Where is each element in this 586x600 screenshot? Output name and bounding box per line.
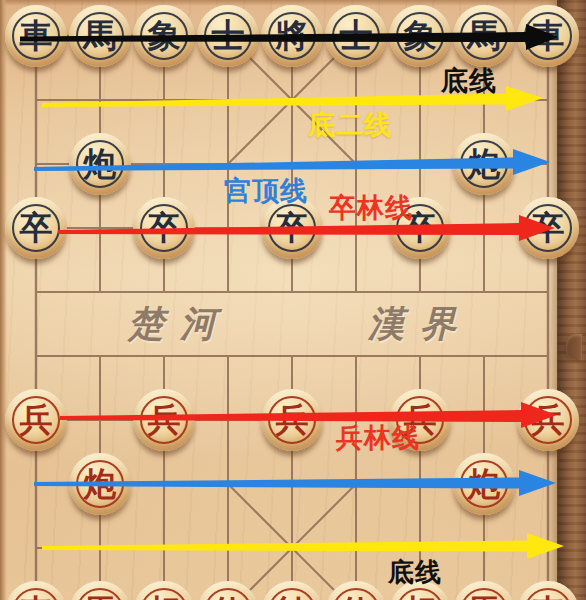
frame-knob-ornament bbox=[566, 334, 582, 360]
piece-black-c2r1[interactable]: 馬 bbox=[69, 5, 131, 67]
piece-glyph: 卒 bbox=[148, 211, 181, 244]
line-label-black-baseline: 底线 bbox=[441, 63, 497, 99]
piece-glyph: 炮 bbox=[84, 147, 117, 180]
piece-black-c5r1[interactable]: 將 bbox=[261, 5, 323, 67]
piece-black-c2r3[interactable]: 炮 bbox=[69, 133, 131, 195]
line-label-second-baseline: 底二线 bbox=[308, 107, 392, 143]
piece-black-c3r1[interactable]: 象 bbox=[133, 5, 195, 67]
piece-glyph: 車 bbox=[20, 595, 53, 600]
piece-red-c8r8[interactable]: 炮 bbox=[453, 453, 515, 515]
piece-black-c4r1[interactable]: 士 bbox=[197, 5, 259, 67]
piece-glyph: 馬 bbox=[468, 19, 501, 52]
piece-glyph: 車 bbox=[532, 595, 565, 600]
piece-glyph: 卒 bbox=[532, 211, 565, 244]
piece-glyph: 將 bbox=[276, 19, 309, 52]
piece-black-c1r4[interactable]: 卒 bbox=[5, 197, 67, 259]
piece-black-c8r3[interactable]: 炮 bbox=[453, 133, 515, 195]
piece-glyph: 卒 bbox=[20, 211, 53, 244]
piece-glyph: 車 bbox=[532, 19, 565, 52]
piece-black-c8r1[interactable]: 馬 bbox=[453, 5, 515, 67]
piece-black-c9r4[interactable]: 卒 bbox=[517, 197, 579, 259]
piece-glyph: 炮 bbox=[468, 467, 501, 500]
piece-glyph: 馬 bbox=[468, 595, 501, 600]
piece-glyph: 炮 bbox=[468, 147, 501, 180]
piece-glyph: 馬 bbox=[84, 19, 117, 52]
piece-glyph: 相 bbox=[404, 595, 437, 600]
piece-red-c3r10[interactable]: 相 bbox=[133, 581, 195, 600]
piece-red-c9r7[interactable]: 兵 bbox=[517, 389, 579, 451]
piece-red-c1r10[interactable]: 車 bbox=[5, 581, 67, 600]
piece-glyph: 相 bbox=[148, 595, 181, 600]
piece-black-c3r4[interactable]: 卒 bbox=[133, 197, 195, 259]
piece-red-c2r10[interactable]: 馬 bbox=[69, 581, 131, 600]
arrow-yellow-red-second-rank bbox=[42, 533, 564, 559]
piece-glyph: 兵 bbox=[20, 403, 53, 436]
piece-red-c3r7[interactable]: 兵 bbox=[133, 389, 195, 451]
line-label-bing-rank: 兵林线 bbox=[336, 420, 420, 456]
piece-red-c8r10[interactable]: 馬 bbox=[453, 581, 515, 600]
piece-red-c5r7[interactable]: 兵 bbox=[261, 389, 323, 451]
piece-glyph: 仕 bbox=[212, 595, 245, 600]
board-frame-left bbox=[0, 0, 7, 600]
piece-glyph: 仕 bbox=[340, 595, 373, 600]
piece-glyph: 象 bbox=[404, 19, 437, 52]
line-label-red-baseline: 底线 bbox=[388, 555, 442, 590]
piece-red-c5r10[interactable]: 帥 bbox=[261, 581, 323, 600]
piece-glyph: 士 bbox=[212, 19, 245, 52]
piece-red-c4r10[interactable]: 仕 bbox=[197, 581, 259, 600]
piece-glyph: 帥 bbox=[276, 595, 309, 600]
piece-black-c7r1[interactable]: 象 bbox=[389, 5, 451, 67]
piece-red-c2r8[interactable]: 炮 bbox=[69, 453, 131, 515]
piece-glyph: 馬 bbox=[84, 595, 117, 600]
line-label-zu-rank: 卒林线 bbox=[329, 190, 413, 226]
piece-glyph: 兵 bbox=[148, 403, 181, 436]
piece-glyph: 炮 bbox=[84, 467, 117, 500]
piece-glyph: 兵 bbox=[532, 403, 565, 436]
xiangqi-board: 楚河 漢界 車馬象士將士象馬車炮炮卒卒卒卒卒兵兵兵兵兵炮炮車馬相仕帥仕相馬車 底… bbox=[0, 0, 586, 600]
piece-glyph: 車 bbox=[20, 19, 53, 52]
piece-red-c1r7[interactable]: 兵 bbox=[5, 389, 67, 451]
piece-glyph: 兵 bbox=[276, 403, 309, 436]
piece-black-c1r1[interactable]: 車 bbox=[5, 5, 67, 67]
piece-glyph: 卒 bbox=[276, 211, 309, 244]
piece-black-c6r1[interactable]: 士 bbox=[325, 5, 387, 67]
river-label-left: 楚河 bbox=[128, 300, 232, 349]
line-label-palace-top: 宫顶线 bbox=[224, 173, 308, 209]
board-frame-right bbox=[557, 0, 586, 600]
piece-red-c6r10[interactable]: 仕 bbox=[325, 581, 387, 600]
piece-glyph: 士 bbox=[340, 19, 373, 52]
piece-glyph: 象 bbox=[148, 19, 181, 52]
piece-black-c9r1[interactable]: 車 bbox=[517, 5, 579, 67]
river-label-right: 漢界 bbox=[368, 300, 472, 349]
